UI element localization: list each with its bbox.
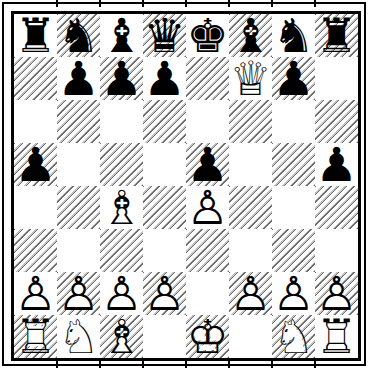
chess-diagram: rnbqkbnr/1ppp1Qp1/8/p3p2p/2B1P3/8/PPPP1P… <box>0 0 368 368</box>
file-boundary-tick <box>228 0 230 7</box>
square-h7[interactable] <box>315 57 358 100</box>
piece-black-pawn-g7[interactable]: ♟ <box>272 57 315 100</box>
file-boundary-tick <box>99 0 101 7</box>
piece-white-pawn-f2[interactable]: ♙ <box>229 272 272 315</box>
square-h4[interactable] <box>315 186 358 229</box>
square-d5[interactable] <box>143 143 186 186</box>
square-d6[interactable] <box>143 100 186 143</box>
piece-white-knight-b1[interactable]: ♘ <box>57 315 100 358</box>
piece-white-queen-f7[interactable]: ♕ <box>229 57 272 100</box>
square-b4[interactable] <box>57 186 100 229</box>
square-h1[interactable]: ♜♖ <box>315 315 358 358</box>
square-e4[interactable]: ♟♙ <box>186 186 229 229</box>
square-a4[interactable] <box>14 186 57 229</box>
square-d1[interactable] <box>143 315 186 358</box>
square-f1[interactable] <box>229 315 272 358</box>
piece-white-rook-a1[interactable]: ♖ <box>14 315 57 358</box>
piece-black-pawn-a5[interactable]: ♟ <box>14 143 57 186</box>
square-a5[interactable]: ♟ <box>14 143 57 186</box>
square-f2[interactable]: ♟♙ <box>229 272 272 315</box>
square-b7[interactable]: ♟ <box>57 57 100 100</box>
square-f7[interactable]: ♛♕ <box>229 57 272 100</box>
square-c1[interactable]: ♝♗ <box>100 315 143 358</box>
square-e3[interactable] <box>186 229 229 272</box>
square-b1[interactable]: ♞♘ <box>57 315 100 358</box>
square-g6[interactable] <box>272 100 315 143</box>
piece-black-pawn-c7[interactable]: ♟ <box>100 57 143 100</box>
square-d7[interactable]: ♟ <box>143 57 186 100</box>
square-h5[interactable]: ♟ <box>315 143 358 186</box>
square-g4[interactable] <box>272 186 315 229</box>
piece-black-rook-h8[interactable]: ♜ <box>315 14 358 57</box>
square-c6[interactable] <box>100 100 143 143</box>
piece-white-pawn-e4[interactable]: ♙ <box>186 186 229 229</box>
square-a8[interactable]: ♜ <box>14 14 57 57</box>
piece-black-pawn-h5[interactable]: ♟ <box>315 143 358 186</box>
square-g1[interactable]: ♞♘ <box>272 315 315 358</box>
square-h8[interactable]: ♜ <box>315 14 358 57</box>
square-e7[interactable] <box>186 57 229 100</box>
board-inner-frame: ♜♞♝♛♚♝♞♜♟♟♟♛♕♟♟♟♟♝♗♟♙♟♙♟♙♟♙♟♙♟♙♟♙♟♙♜♖♞♘♝… <box>11 11 361 361</box>
file-boundary-tick <box>271 0 273 7</box>
square-f6[interactable] <box>229 100 272 143</box>
piece-white-king-e1[interactable]: ♔ <box>186 315 229 358</box>
file-boundary-tick <box>185 0 187 7</box>
piece-white-bishop-c4[interactable]: ♗ <box>100 186 143 229</box>
square-f5[interactable] <box>229 143 272 186</box>
square-g7[interactable]: ♟ <box>272 57 315 100</box>
square-e1[interactable]: ♚♔ <box>186 315 229 358</box>
square-d4[interactable] <box>143 186 186 229</box>
piece-white-bishop-c1[interactable]: ♗ <box>100 315 143 358</box>
piece-black-rook-a8[interactable]: ♜ <box>14 14 57 57</box>
piece-white-knight-g1[interactable]: ♘ <box>272 315 315 358</box>
square-f4[interactable] <box>229 186 272 229</box>
file-boundary-tick <box>314 0 316 7</box>
square-c7[interactable]: ♟ <box>100 57 143 100</box>
square-b5[interactable] <box>57 143 100 186</box>
piece-black-pawn-b7[interactable]: ♟ <box>57 57 100 100</box>
file-boundary-tick <box>56 0 58 7</box>
piece-white-rook-h1[interactable]: ♖ <box>315 315 358 358</box>
square-g5[interactable] <box>272 143 315 186</box>
square-e8[interactable]: ♚ <box>186 14 229 57</box>
square-a1[interactable]: ♜♖ <box>14 315 57 358</box>
chess-board: ♜♞♝♛♚♝♞♜♟♟♟♛♕♟♟♟♟♝♗♟♙♟♙♟♙♟♙♟♙♟♙♟♙♟♙♜♖♞♘♝… <box>14 14 358 358</box>
square-c4[interactable]: ♝♗ <box>100 186 143 229</box>
piece-black-pawn-d7[interactable]: ♟ <box>143 57 186 100</box>
square-a7[interactable] <box>14 57 57 100</box>
piece-black-king-e8[interactable]: ♚ <box>186 14 229 57</box>
square-b6[interactable] <box>57 100 100 143</box>
square-d2[interactable]: ♟♙ <box>143 272 186 315</box>
file-boundary-tick <box>142 0 144 7</box>
piece-white-pawn-d2[interactable]: ♙ <box>143 272 186 315</box>
